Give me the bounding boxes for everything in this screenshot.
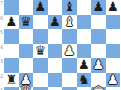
square-a6[interactable]: ♟: [4, 15, 19, 30]
square-g1[interactable]: ♚: [91, 87, 106, 90]
square-a7[interactable]: [4, 0, 19, 15]
square-d1[interactable]: [48, 87, 63, 90]
square-c5[interactable]: [33, 29, 48, 44]
square-f2[interactable]: ♞: [77, 73, 92, 88]
square-h6[interactable]: [106, 15, 121, 30]
square-f4[interactable]: [77, 44, 92, 59]
square-c3[interactable]: [33, 58, 48, 73]
piece-white-queen[interactable]: ♛: [20, 84, 32, 90]
square-a2[interactable]: ♜: [4, 73, 19, 88]
rank-label-2: 2: [0, 74, 4, 79]
square-g5[interactable]: [91, 29, 106, 44]
square-g6[interactable]: [91, 15, 106, 30]
square-d3[interactable]: [48, 58, 63, 73]
square-b6[interactable]: ♛: [19, 15, 34, 30]
square-b4[interactable]: [19, 44, 34, 59]
square-g3[interactable]: ♟: [91, 58, 106, 73]
square-c7[interactable]: ♟: [33, 0, 48, 15]
piece-black-pawn[interactable]: ♟: [34, 0, 46, 15]
square-h4[interactable]: [106, 44, 121, 59]
square-h2[interactable]: ♟: [106, 73, 121, 88]
square-b7[interactable]: [19, 0, 34, 15]
square-e4[interactable]: ♟: [62, 44, 77, 59]
piece-white-king[interactable]: ♚: [92, 84, 104, 90]
square-e5[interactable]: [62, 29, 77, 44]
piece-black-queen[interactable]: ♛: [34, 44, 46, 59]
piece-black-queen[interactable]: ♛: [20, 15, 32, 30]
square-b3[interactable]: [19, 58, 34, 73]
piece-black-pawn[interactable]: ♟: [78, 58, 90, 73]
square-h3[interactable]: [106, 58, 121, 73]
piece-black-pawn[interactable]: ♟: [92, 0, 104, 15]
piece-white-pawn[interactable]: ♟: [107, 73, 119, 88]
square-e1[interactable]: [62, 87, 77, 90]
square-d6[interactable]: ♟: [48, 15, 63, 30]
square-a5[interactable]: [4, 29, 19, 44]
chess-app-viewport: ♟♝♟♟♟♛♟♝♛♟♟♟♜♟♞♟♛♚ 7654321: [0, 0, 120, 90]
piece-white-pawn[interactable]: ♟: [63, 44, 75, 59]
square-e2[interactable]: [62, 73, 77, 88]
rank-label-6: 6: [0, 16, 4, 21]
square-h1[interactable]: [106, 87, 121, 90]
piece-black-pawn[interactable]: ♟: [49, 15, 61, 30]
square-a3[interactable]: [4, 58, 19, 73]
square-g7[interactable]: ♟: [91, 0, 106, 15]
square-f1[interactable]: [77, 87, 92, 90]
square-e6[interactable]: ♝: [62, 15, 77, 30]
square-d4[interactable]: [48, 44, 63, 59]
square-c1[interactable]: [33, 87, 48, 90]
square-h7[interactable]: ♟: [106, 0, 121, 15]
square-f6[interactable]: [77, 15, 92, 30]
rank-label-3: 3: [0, 59, 4, 64]
rank-label-1: 1: [0, 88, 4, 90]
piece-white-bishop[interactable]: ♝: [63, 15, 75, 30]
square-d2[interactable]: [48, 73, 63, 88]
piece-black-knight[interactable]: ♞: [78, 73, 90, 88]
square-a4[interactable]: [4, 44, 19, 59]
square-f7[interactable]: [77, 0, 92, 15]
chess-board[interactable]: ♟♝♟♟♟♛♟♝♛♟♟♟♜♟♞♟♛♚: [4, 0, 120, 90]
square-c2[interactable]: [33, 73, 48, 88]
square-c4[interactable]: ♛: [33, 44, 48, 59]
square-b1[interactable]: ♛: [19, 87, 34, 90]
piece-black-pawn[interactable]: ♟: [5, 15, 17, 30]
square-d7[interactable]: [48, 0, 63, 15]
piece-white-pawn[interactable]: ♟: [92, 58, 104, 73]
square-g4[interactable]: [91, 44, 106, 59]
square-f3[interactable]: ♟: [77, 58, 92, 73]
piece-black-rook[interactable]: ♜: [5, 73, 17, 88]
square-f5[interactable]: [77, 29, 92, 44]
piece-black-pawn[interactable]: ♟: [107, 0, 119, 15]
square-d5[interactable]: [48, 29, 63, 44]
square-h5[interactable]: [106, 29, 121, 44]
square-e7[interactable]: ♝: [62, 0, 77, 15]
square-e3[interactable]: [62, 58, 77, 73]
square-b5[interactable]: [19, 29, 34, 44]
rank-label-4: 4: [0, 45, 4, 50]
square-a1[interactable]: [4, 87, 19, 90]
rank-label-7: 7: [0, 1, 4, 6]
piece-black-bishop[interactable]: ♝: [63, 0, 75, 15]
square-c6[interactable]: [33, 15, 48, 30]
rank-label-5: 5: [0, 30, 4, 35]
